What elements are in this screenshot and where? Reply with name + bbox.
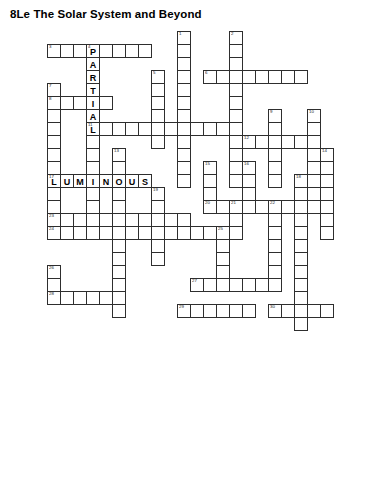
grid-cell[interactable] <box>320 226 334 240</box>
grid-cell[interactable] <box>177 70 191 84</box>
grid-cell[interactable]: S <box>138 174 152 188</box>
grid-cell[interactable] <box>320 161 334 175</box>
grid-cell[interactable] <box>112 291 126 305</box>
grid-cell[interactable]: 17L <box>47 174 61 188</box>
grid-cell[interactable]: 8 <box>47 96 61 110</box>
grid-cell[interactable] <box>177 174 191 188</box>
grid-cell[interactable]: 14 <box>320 148 334 162</box>
grid-cell[interactable] <box>242 200 256 214</box>
grid-cell[interactable] <box>151 83 165 97</box>
grid-cell[interactable] <box>112 213 126 227</box>
grid-cell[interactable] <box>112 226 126 240</box>
grid-cell[interactable]: A <box>86 109 100 123</box>
grid-cell[interactable] <box>320 213 334 227</box>
clue-number: 18 <box>296 175 301 179</box>
grid-cell[interactable] <box>151 122 165 136</box>
grid-cell[interactable] <box>307 148 321 162</box>
cell-letter: P <box>87 45 99 57</box>
grid-cell[interactable] <box>320 304 334 318</box>
grid-cell[interactable] <box>138 122 152 136</box>
grid-cell[interactable] <box>125 213 139 227</box>
grid-cell[interactable] <box>307 161 321 175</box>
grid-cell[interactable] <box>60 226 74 240</box>
grid-cell[interactable] <box>229 213 243 227</box>
grid-cell[interactable] <box>216 278 230 292</box>
clue-number: 25 <box>218 227 223 231</box>
clue-number: 12 <box>244 136 249 140</box>
grid-cell[interactable] <box>164 226 178 240</box>
cell-letter: O <box>113 175 125 187</box>
grid-cell[interactable] <box>229 174 243 188</box>
clue-number: 24 <box>49 227 54 231</box>
grid-cell[interactable] <box>268 252 282 266</box>
grid-cell[interactable] <box>86 148 100 162</box>
grid-cell[interactable] <box>255 135 269 149</box>
grid-cell[interactable]: 1 <box>177 31 191 45</box>
grid-cell[interactable] <box>203 187 217 201</box>
grid-cell[interactable] <box>138 226 152 240</box>
grid-cell[interactable] <box>281 200 295 214</box>
grid-cell[interactable]: 12 <box>242 135 256 149</box>
grid-cell[interactable] <box>268 213 282 227</box>
grid-cell[interactable] <box>60 291 74 305</box>
grid-cell[interactable]: 30 <box>268 304 282 318</box>
grid-cell[interactable] <box>190 304 204 318</box>
grid-cell[interactable] <box>60 44 74 58</box>
cell-letter: I <box>87 175 99 187</box>
grid-cell[interactable] <box>86 200 100 214</box>
clue-number: 15 <box>205 162 210 166</box>
grid-cell[interactable]: 6 <box>203 70 217 84</box>
grid-cell[interactable] <box>268 226 282 240</box>
grid-cell[interactable] <box>294 226 308 240</box>
grid-cell[interactable] <box>86 226 100 240</box>
grid-cell[interactable] <box>99 226 113 240</box>
grid-cell[interactable] <box>242 187 256 201</box>
grid-cell[interactable]: 10 <box>307 109 321 123</box>
worksheet-page: 8Le The Solar System and Beyond 1234PAR5… <box>0 0 386 500</box>
grid-cell[interactable]: 2 <box>229 31 243 45</box>
grid-cell[interactable] <box>229 161 243 175</box>
grid-cell[interactable] <box>255 200 269 214</box>
cell-letter: S <box>139 175 151 187</box>
grid-cell[interactable] <box>125 122 139 136</box>
clue-number: 1 <box>179 32 181 36</box>
grid-cell[interactable] <box>99 122 113 136</box>
grid-cell[interactable] <box>294 135 308 149</box>
grid-cell[interactable] <box>99 96 113 110</box>
grid-cell[interactable] <box>112 252 126 266</box>
grid-cell[interactable] <box>320 187 334 201</box>
grid-cell[interactable] <box>268 122 282 136</box>
cell-letter: M <box>74 175 86 187</box>
grid-cell[interactable] <box>307 174 321 188</box>
grid-cell[interactable] <box>294 278 308 292</box>
clue-number: 3 <box>49 45 51 49</box>
grid-cell[interactable] <box>73 213 87 227</box>
grid-cell[interactable] <box>281 304 295 318</box>
grid-cell[interactable] <box>203 278 217 292</box>
clue-number: 28 <box>49 292 54 296</box>
clue-number: 30 <box>270 305 275 309</box>
grid-cell[interactable] <box>190 226 204 240</box>
clue-number: 27 <box>192 279 197 283</box>
grid-cell[interactable]: U <box>125 174 139 188</box>
grid-cell[interactable] <box>60 96 74 110</box>
clue-number: 7 <box>49 84 51 88</box>
clue-number: 17 <box>49 175 54 179</box>
grid-cell[interactable] <box>307 135 321 149</box>
grid-cell[interactable] <box>47 109 61 123</box>
grid-cell[interactable] <box>47 161 61 175</box>
grid-cell[interactable]: 7 <box>47 83 61 97</box>
grid-cell[interactable] <box>229 83 243 97</box>
cell-letter: N <box>100 175 112 187</box>
grid-cell[interactable]: 19 <box>151 187 165 201</box>
grid-cell[interactable]: 24 <box>47 226 61 240</box>
grid-cell[interactable] <box>177 161 191 175</box>
grid-cell[interactable] <box>177 96 191 110</box>
clue-number: 21 <box>231 201 236 205</box>
grid-cell[interactable]: 15 <box>203 161 217 175</box>
grid-cell[interactable] <box>151 239 165 253</box>
grid-cell[interactable] <box>177 57 191 71</box>
grid-cell[interactable] <box>229 57 243 71</box>
clue-number: 8 <box>49 97 51 101</box>
clue-number: 11 <box>88 123 93 127</box>
grid-cell[interactable] <box>294 70 308 84</box>
grid-cell[interactable] <box>60 213 74 227</box>
grid-cell[interactable] <box>86 291 100 305</box>
grid-cell[interactable] <box>177 148 191 162</box>
grid-cell[interactable] <box>99 213 113 227</box>
grid-cell[interactable] <box>281 70 295 84</box>
grid-cell[interactable]: 4P <box>86 44 100 58</box>
grid-cell[interactable] <box>320 200 334 214</box>
grid-cell[interactable] <box>112 161 126 175</box>
grid-cell[interactable] <box>229 135 243 149</box>
grid-cell[interactable]: 5 <box>151 70 165 84</box>
cell-letter: L <box>87 123 99 135</box>
grid-cell[interactable] <box>294 213 308 227</box>
grid-cell[interactable] <box>151 96 165 110</box>
grid-cell[interactable] <box>255 278 269 292</box>
grid-cell[interactable] <box>294 239 308 253</box>
grid-cell[interactable] <box>216 304 230 318</box>
grid-cell[interactable] <box>177 44 191 58</box>
grid-cell[interactable]: 22 <box>268 200 282 214</box>
grid-cell[interactable]: I <box>86 96 100 110</box>
grid-cell[interactable] <box>112 278 126 292</box>
grid-cell[interactable] <box>294 200 308 214</box>
grid-cell[interactable] <box>320 174 334 188</box>
grid-cell[interactable] <box>177 83 191 97</box>
grid-cell[interactable] <box>138 44 152 58</box>
grid-cell[interactable] <box>177 135 191 149</box>
grid-cell[interactable] <box>190 122 204 136</box>
clue-number: 2 <box>231 32 233 36</box>
grid-cell[interactable]: M <box>73 174 87 188</box>
grid-cell[interactable] <box>151 213 165 227</box>
grid-cell[interactable] <box>112 122 126 136</box>
grid-cell[interactable]: 27 <box>190 278 204 292</box>
grid-cell[interactable] <box>229 96 243 110</box>
grid-cell[interactable] <box>125 226 139 240</box>
clue-number: 29 <box>179 305 184 309</box>
clue-number: 10 <box>309 110 314 114</box>
grid-cell[interactable] <box>216 265 230 279</box>
grid-cell[interactable] <box>242 304 256 318</box>
grid-cell[interactable] <box>268 174 282 188</box>
grid-cell[interactable]: 28 <box>47 291 61 305</box>
grid-cell[interactable] <box>229 70 243 84</box>
grid-cell[interactable]: 23 <box>47 213 61 227</box>
grid-cell[interactable] <box>177 122 191 136</box>
grid-cell[interactable]: 9 <box>268 109 282 123</box>
grid-cell[interactable] <box>47 122 61 136</box>
grid-cell[interactable] <box>151 226 165 240</box>
grid-cell[interactable]: 25 <box>216 226 230 240</box>
grid-cell[interactable]: 16 <box>242 161 256 175</box>
cell-letter: U <box>126 175 138 187</box>
cell-letter: A <box>87 58 99 70</box>
grid-cell[interactable] <box>73 96 87 110</box>
clue-number: 13 <box>114 149 119 153</box>
cell-letter: L <box>48 175 60 187</box>
grid-cell[interactable] <box>294 317 308 331</box>
grid-cell[interactable] <box>151 109 165 123</box>
grid-cell[interactable] <box>268 239 282 253</box>
grid-cell[interactable] <box>268 161 282 175</box>
grid-cell[interactable] <box>177 109 191 123</box>
grid-cell[interactable] <box>294 187 308 201</box>
grid-cell[interactable] <box>307 304 321 318</box>
grid-cell[interactable] <box>73 226 87 240</box>
grid-cell[interactable] <box>203 174 217 188</box>
grid-cell[interactable] <box>112 239 126 253</box>
grid-cell[interactable]: O <box>112 174 126 188</box>
grid-cell[interactable] <box>229 44 243 58</box>
grid-cell[interactable] <box>177 213 191 227</box>
grid-cell[interactable]: 29 <box>177 304 191 318</box>
grid-cell[interactable] <box>255 70 269 84</box>
grid-cell[interactable]: 18 <box>294 174 308 188</box>
grid-cell[interactable] <box>112 304 126 318</box>
grid-cell[interactable] <box>177 226 191 240</box>
grid-cell[interactable] <box>99 44 113 58</box>
grid-cell[interactable] <box>112 187 126 201</box>
grid-cell[interactable]: 21 <box>229 200 243 214</box>
grid-cell[interactable] <box>216 252 230 266</box>
grid-cell[interactable] <box>73 44 87 58</box>
clue-number: 26 <box>49 266 54 270</box>
grid-cell[interactable] <box>229 148 243 162</box>
grid-cell[interactable] <box>86 187 100 201</box>
grid-cell[interactable] <box>112 44 126 58</box>
grid-cell[interactable] <box>294 252 308 266</box>
clue-number: 9 <box>270 110 272 114</box>
cell-letter: T <box>87 84 99 96</box>
grid-cell[interactable] <box>151 135 165 149</box>
grid-cell[interactable] <box>216 70 230 84</box>
cell-letter: I <box>87 97 99 109</box>
grid-cell[interactable] <box>242 174 256 188</box>
grid-cell[interactable] <box>73 291 87 305</box>
grid-cell[interactable] <box>125 44 139 58</box>
grid-cell[interactable] <box>203 122 217 136</box>
cell-letter: U <box>61 175 73 187</box>
grid-cell[interactable] <box>47 148 61 162</box>
grid-cell[interactable] <box>281 135 295 149</box>
clue-number: 4 <box>88 45 90 49</box>
grid-cell[interactable] <box>242 70 256 84</box>
cell-letter: R <box>87 71 99 83</box>
clue-number: 19 <box>153 188 158 192</box>
grid-cell[interactable] <box>86 135 100 149</box>
grid-cell[interactable]: 11L <box>86 122 100 136</box>
grid-cell[interactable]: R <box>86 70 100 84</box>
grid-cell[interactable] <box>307 200 321 214</box>
grid-cell[interactable]: N <box>99 174 113 188</box>
grid-cell[interactable] <box>294 304 308 318</box>
grid-cell[interactable] <box>294 291 308 305</box>
grid-cell[interactable]: 20 <box>203 200 217 214</box>
grid-cell[interactable] <box>216 122 230 136</box>
grid-cell[interactable] <box>229 226 243 240</box>
grid-cell[interactable] <box>268 278 282 292</box>
grid-cell[interactable] <box>164 122 178 136</box>
grid-cell[interactable] <box>47 187 61 201</box>
grid-cell[interactable] <box>229 122 243 136</box>
clue-number: 6 <box>205 71 207 75</box>
grid-cell[interactable] <box>86 161 100 175</box>
clue-number: 14 <box>322 149 327 153</box>
grid-cell[interactable] <box>164 213 178 227</box>
clue-number: 23 <box>49 214 54 218</box>
grid-cell[interactable] <box>229 278 243 292</box>
grid-cell[interactable] <box>203 226 217 240</box>
grid-cell[interactable]: 13 <box>112 148 126 162</box>
clue-number: 22 <box>270 201 275 205</box>
grid-cell[interactable] <box>47 135 61 149</box>
grid-cell[interactable] <box>47 278 61 292</box>
grid-cell[interactable] <box>268 265 282 279</box>
crossword-board: 1234PAR567T8IA91011L121314151617LUMINOUS… <box>0 0 386 500</box>
grid-cell[interactable] <box>47 200 61 214</box>
grid-cell[interactable] <box>307 122 321 136</box>
grid-cell[interactable] <box>268 135 282 149</box>
grid-cell[interactable] <box>229 304 243 318</box>
clue-number: 5 <box>153 71 155 75</box>
grid-cell[interactable] <box>99 291 113 305</box>
grid-cell[interactable] <box>229 109 243 123</box>
grid-cell[interactable] <box>268 148 282 162</box>
grid-cell[interactable] <box>203 304 217 318</box>
clue-number: 16 <box>244 162 249 166</box>
grid-cell[interactable] <box>307 187 321 201</box>
grid-cell[interactable]: I <box>86 174 100 188</box>
grid-cell[interactable] <box>216 239 230 253</box>
grid-cell[interactable] <box>112 265 126 279</box>
grid-cell[interactable]: U <box>60 174 74 188</box>
grid-cell[interactable]: 26 <box>47 265 61 279</box>
grid-cell[interactable] <box>294 265 308 279</box>
grid-cell[interactable]: A <box>86 57 100 71</box>
grid-cell[interactable]: 3 <box>47 44 61 58</box>
grid-cell[interactable]: T <box>86 83 100 97</box>
grid-cell[interactable] <box>86 213 100 227</box>
grid-cell[interactable] <box>151 200 165 214</box>
grid-cell[interactable] <box>216 200 230 214</box>
grid-cell[interactable] <box>242 278 256 292</box>
grid-cell[interactable] <box>151 252 165 266</box>
clue-number: 20 <box>205 201 210 205</box>
grid-cell[interactable] <box>138 213 152 227</box>
grid-cell[interactable] <box>112 200 126 214</box>
grid-cell[interactable] <box>268 70 282 84</box>
cell-letter: A <box>87 110 99 122</box>
